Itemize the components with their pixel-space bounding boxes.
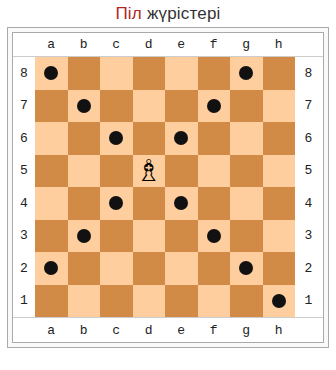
rank-label-4-left: 4	[13, 196, 35, 211]
square-a2[interactable]	[35, 252, 68, 285]
file-label-h-top: h	[263, 37, 296, 52]
board-middle: 87654321 ♗ 87654321	[13, 57, 323, 317]
rank-labels-left: 87654321	[13, 57, 35, 317]
page: Піл жүрістері abcdefgh 87654321 ♗ 876543…	[0, 0, 336, 348]
square-e8[interactable]	[165, 57, 198, 90]
white-bishop-piece[interactable]: ♗	[135, 155, 162, 187]
square-d4[interactable]	[133, 187, 166, 220]
square-f3[interactable]	[198, 220, 231, 253]
square-c8[interactable]	[100, 57, 133, 90]
square-b5[interactable]	[68, 155, 101, 188]
square-a7[interactable]	[35, 90, 68, 123]
square-b3[interactable]	[68, 220, 101, 253]
move-dot-icon	[207, 99, 221, 113]
square-f4[interactable]	[198, 187, 231, 220]
square-c6[interactable]	[100, 122, 133, 155]
square-e5[interactable]	[165, 155, 198, 188]
file-label-h-bottom: h	[263, 323, 296, 338]
square-f1[interactable]	[198, 285, 231, 318]
square-h4[interactable]	[263, 187, 296, 220]
square-b7[interactable]	[68, 90, 101, 123]
square-e7[interactable]	[165, 90, 198, 123]
file-label-d-top: d	[133, 37, 166, 52]
file-label-g-bottom: g	[230, 323, 263, 338]
square-d6[interactable]	[133, 122, 166, 155]
rank-label-8-right: 8	[295, 66, 322, 81]
file-labels-top: abcdefgh	[13, 33, 323, 57]
move-dot-icon	[239, 261, 253, 275]
square-g4[interactable]	[230, 187, 263, 220]
square-h2[interactable]	[263, 252, 296, 285]
move-dot-icon	[44, 261, 58, 275]
move-dot-icon	[272, 294, 286, 308]
square-g5[interactable]	[230, 155, 263, 188]
square-b6[interactable]	[68, 122, 101, 155]
square-b4[interactable]	[68, 187, 101, 220]
square-a4[interactable]	[35, 187, 68, 220]
square-d7[interactable]	[133, 90, 166, 123]
file-label-b-bottom: b	[68, 323, 101, 338]
square-d8[interactable]	[133, 57, 166, 90]
rank-label-3-left: 3	[13, 228, 35, 243]
rank-label-6-right: 6	[295, 131, 322, 146]
square-h3[interactable]	[263, 220, 296, 253]
square-e6[interactable]	[165, 122, 198, 155]
move-dot-icon	[109, 131, 123, 145]
file-label-a-bottom: a	[35, 323, 68, 338]
square-e3[interactable]	[165, 220, 198, 253]
rank-labels-right: 87654321	[295, 57, 322, 317]
rank-label-3-right: 3	[295, 228, 322, 243]
square-d1[interactable]	[133, 285, 166, 318]
square-g3[interactable]	[230, 220, 263, 253]
square-e1[interactable]	[165, 285, 198, 318]
rank-label-5-left: 5	[13, 163, 35, 178]
move-dot-icon	[44, 66, 58, 80]
square-g2[interactable]	[230, 252, 263, 285]
square-g6[interactable]	[230, 122, 263, 155]
file-label-g-top: g	[230, 37, 263, 52]
square-f5[interactable]	[198, 155, 231, 188]
square-b1[interactable]	[68, 285, 101, 318]
move-dot-icon	[174, 131, 188, 145]
file-label-c-bottom: c	[100, 323, 133, 338]
square-c1[interactable]	[100, 285, 133, 318]
square-c2[interactable]	[100, 252, 133, 285]
rank-label-1-right: 1	[295, 293, 322, 308]
square-f7[interactable]	[198, 90, 231, 123]
square-c3[interactable]	[100, 220, 133, 253]
move-dot-icon	[174, 196, 188, 210]
move-dot-icon	[207, 229, 221, 243]
square-h5[interactable]	[263, 155, 296, 188]
square-h1[interactable]	[263, 285, 296, 318]
page-title: Піл жүрістері	[0, 0, 336, 27]
chess-board: ♗	[35, 57, 295, 317]
square-d3[interactable]	[133, 220, 166, 253]
file-labels-bottom: abcdefgh	[13, 317, 323, 342]
square-f2[interactable]	[198, 252, 231, 285]
title-rest: жүрістері	[142, 4, 221, 23]
rank-label-7-right: 7	[295, 98, 322, 113]
rank-label-7-left: 7	[13, 98, 35, 113]
square-d5[interactable]: ♗	[133, 155, 166, 188]
diagram-frame: abcdefgh 87654321 ♗ 87654321 abcdefgh	[7, 27, 329, 348]
move-dot-icon	[109, 196, 123, 210]
file-label-e-bottom: e	[165, 323, 198, 338]
square-g1[interactable]	[230, 285, 263, 318]
move-dot-icon	[77, 99, 91, 113]
square-h7[interactable]	[263, 90, 296, 123]
rank-label-8-left: 8	[13, 66, 35, 81]
square-a1[interactable]	[35, 285, 68, 318]
square-a6[interactable]	[35, 122, 68, 155]
rank-label-5-right: 5	[295, 163, 322, 178]
square-a8[interactable]	[35, 57, 68, 90]
square-f6[interactable]	[198, 122, 231, 155]
square-g7[interactable]	[230, 90, 263, 123]
move-dot-icon	[77, 229, 91, 243]
rank-label-2-left: 2	[13, 261, 35, 276]
square-b2[interactable]	[68, 252, 101, 285]
rank-label-2-right: 2	[295, 261, 322, 276]
square-h8[interactable]	[263, 57, 296, 90]
square-c4[interactable]	[100, 187, 133, 220]
square-c5[interactable]	[100, 155, 133, 188]
square-c7[interactable]	[100, 90, 133, 123]
file-label-c-top: c	[100, 37, 133, 52]
rank-label-6-left: 6	[13, 131, 35, 146]
diagram-inner: abcdefgh 87654321 ♗ 87654321 abcdefgh	[12, 32, 324, 343]
file-label-f-top: f	[198, 37, 231, 52]
square-h6[interactable]	[263, 122, 296, 155]
title-keyword: Піл	[115, 4, 142, 23]
file-label-f-bottom: f	[198, 323, 231, 338]
square-a3[interactable]	[35, 220, 68, 253]
file-label-e-top: e	[165, 37, 198, 52]
file-label-d-bottom: d	[133, 323, 166, 338]
square-e2[interactable]	[165, 252, 198, 285]
square-b8[interactable]	[68, 57, 101, 90]
rank-label-1-left: 1	[13, 293, 35, 308]
square-d2[interactable]	[133, 252, 166, 285]
file-label-b-top: b	[68, 37, 101, 52]
file-label-a-top: a	[35, 37, 68, 52]
move-dot-icon	[239, 66, 253, 80]
square-g8[interactable]	[230, 57, 263, 90]
square-a5[interactable]	[35, 155, 68, 188]
square-e4[interactable]	[165, 187, 198, 220]
rank-label-4-right: 4	[295, 196, 322, 211]
square-f8[interactable]	[198, 57, 231, 90]
